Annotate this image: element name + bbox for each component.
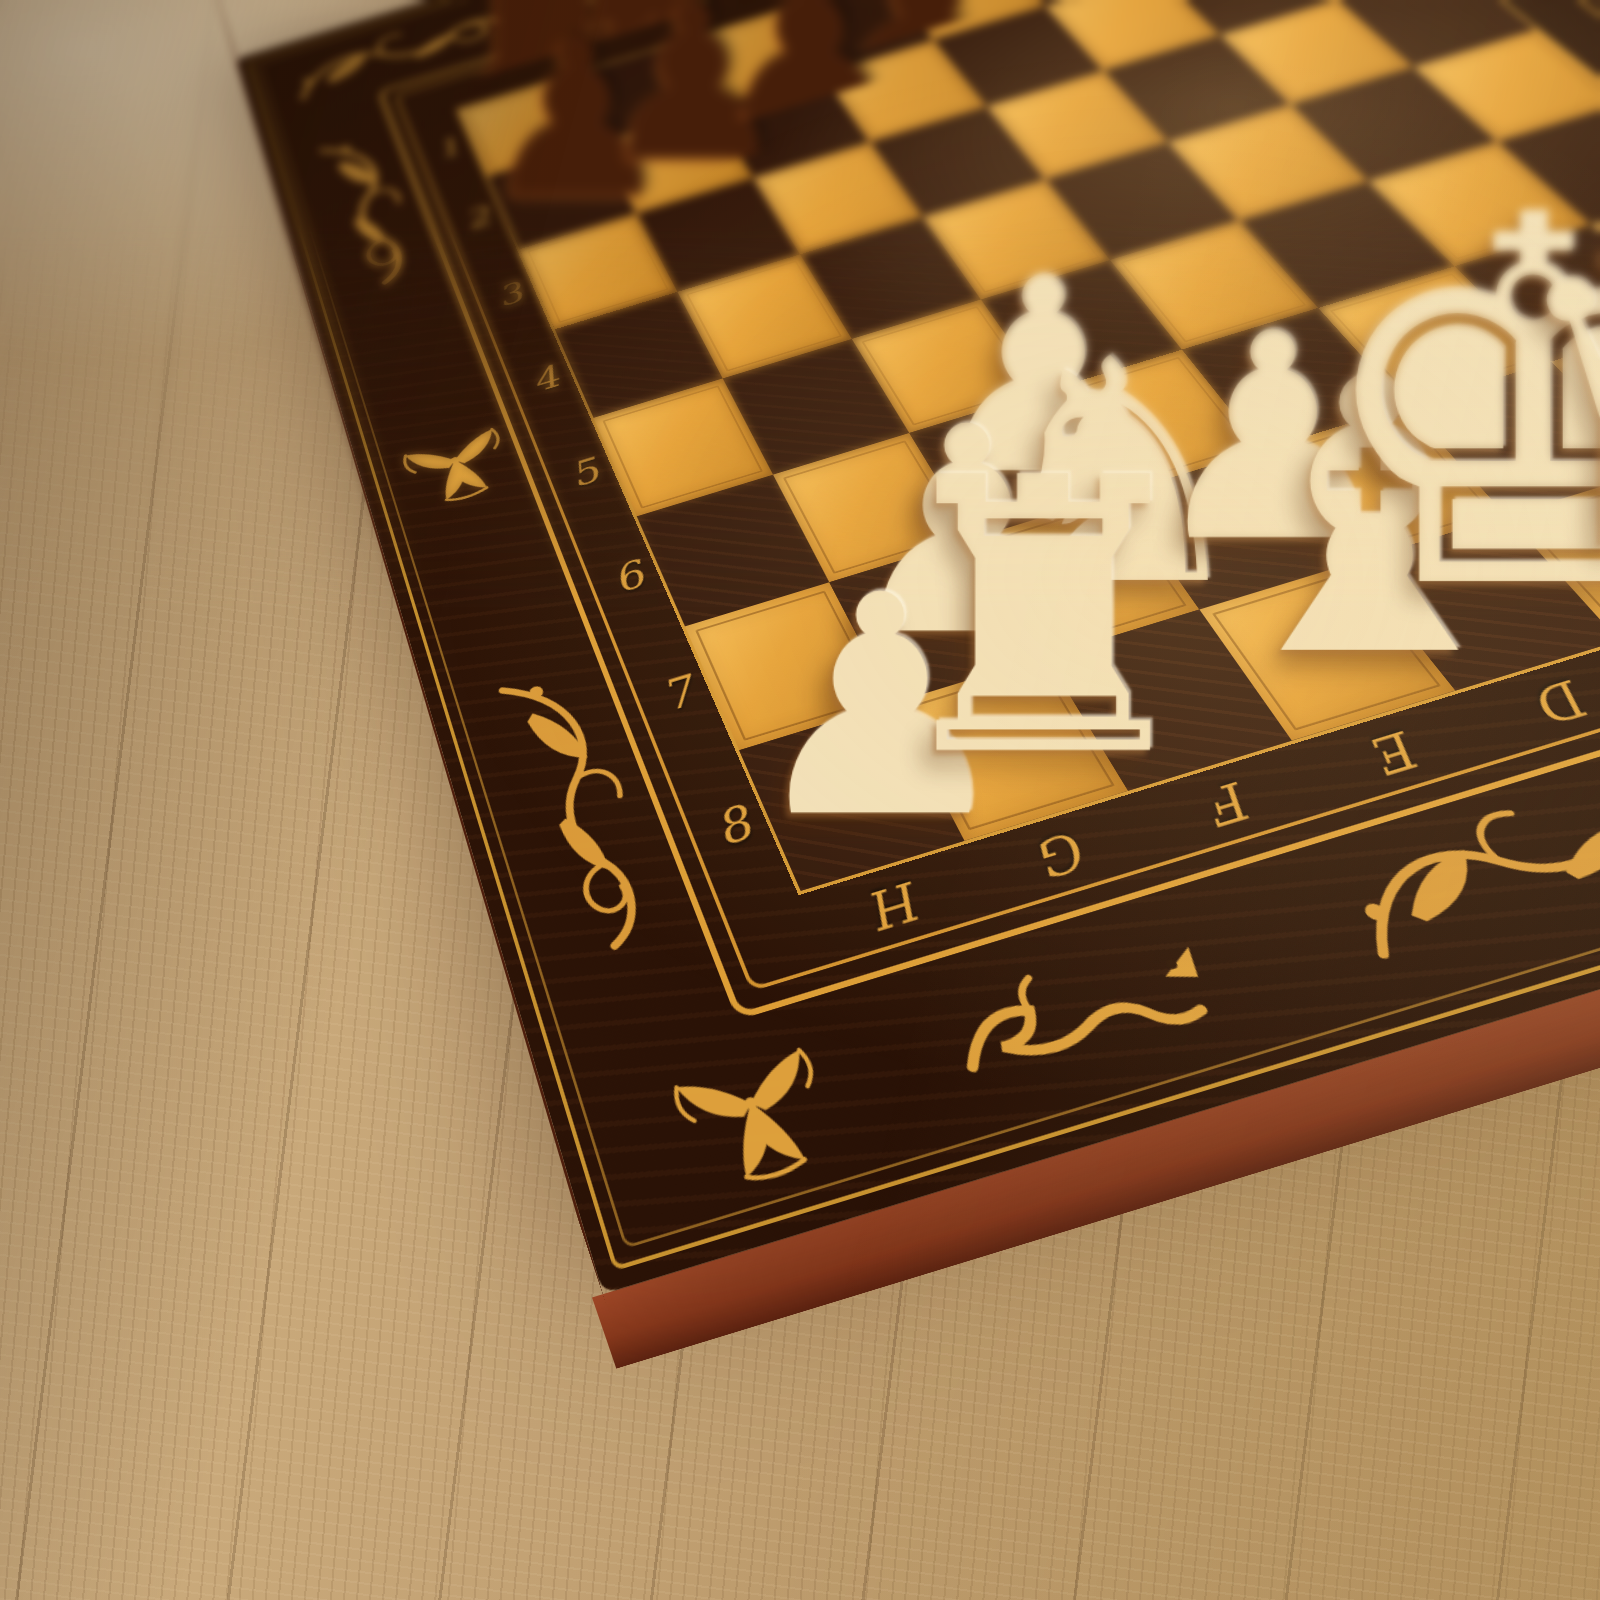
photo-scene: ♜♞♝♚♛♝♞♜♟♟♟♟♟♟♟♟♟♟♞♟♟♜♝♚♛ 12345678HGFEDC… [0,0,1600,1600]
scroll-flourish-icon [305,128,435,299]
file-label-F: F [1183,764,1279,838]
piece-white-queen[interactable]: ♛ [1497,167,1600,609]
dragon-ornament-icon [909,890,1281,1114]
file-label-D: D [1511,663,1600,735]
leaf-cross-ornament-icon [384,402,529,522]
file-label-E: E [1347,713,1447,786]
chess-board-grid: ♜♞♝♚♛♝♞♜♟♟♟♟♟♟♟♟♟♟♞♟♟♜♝♚♛ [459,0,1600,891]
rank-label-4: 4 [516,356,575,404]
scroll-flourish-icon [479,659,687,975]
file-label-G: G [1019,814,1111,890]
square-g8[interactable]: ♜ [893,656,1128,840]
rank-label-5: 5 [553,448,616,500]
file-label-H: H [855,864,942,941]
square-c8[interactable]: ♛ [1506,469,1600,641]
scroll-flourish-icon [1307,745,1600,983]
chess-board: ♜♞♝♚♛♝♞♜♟♟♟♟♟♟♟♟♟♟♞♟♟♜♝♚♛ 12345678HGFEDC… [237,0,1600,1294]
piece-white-rook[interactable]: ♜ [873,430,1213,809]
rank-label-3: 3 [482,274,538,318]
rank-label-7: 7 [642,664,715,728]
leaf-cross-ornament-icon [642,999,868,1213]
rank-label-6: 6 [595,550,663,608]
